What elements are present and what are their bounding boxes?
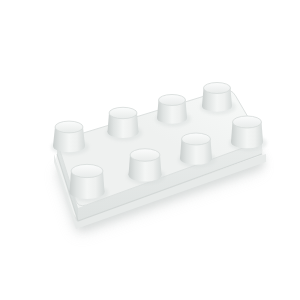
product-photo: [0, 0, 300, 300]
brick-plate-photo-svg: [0, 0, 300, 300]
